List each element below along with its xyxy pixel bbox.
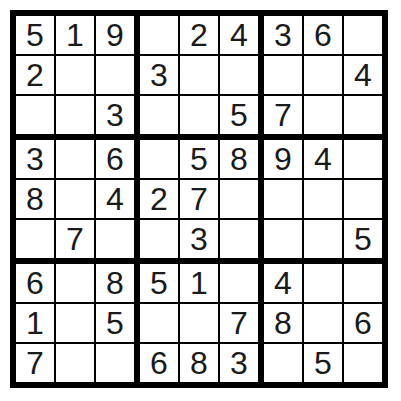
cell-r3c2[interactable] <box>56 96 96 140</box>
cell-r9c5[interactable]: 8 <box>180 344 220 382</box>
cell-r1c5[interactable]: 2 <box>180 16 220 56</box>
cell-r5c2[interactable] <box>56 180 96 220</box>
cell-r8c3[interactable]: 5 <box>96 304 140 344</box>
cell-r6c5[interactable]: 3 <box>180 220 220 264</box>
cell-r9c2[interactable] <box>56 344 96 382</box>
cell-r2c7[interactable] <box>264 56 304 96</box>
cell-r2c4[interactable]: 3 <box>140 56 180 96</box>
cell-r9c9[interactable] <box>344 344 382 382</box>
cell-r4c2[interactable] <box>56 140 96 180</box>
cell-r3c5[interactable] <box>180 96 220 140</box>
cell-r6c2[interactable]: 7 <box>56 220 96 264</box>
cell-r5c8[interactable] <box>304 180 344 220</box>
cell-r8c9[interactable]: 6 <box>344 304 382 344</box>
cell-r1c2[interactable]: 1 <box>56 16 96 56</box>
sudoku-board: 5192436234357365894842773568514157867683… <box>10 10 388 388</box>
cell-r7c2[interactable] <box>56 264 96 304</box>
cell-r3c8[interactable] <box>304 96 344 140</box>
cell-r2c1[interactable]: 2 <box>16 56 56 96</box>
cell-r5c7[interactable] <box>264 180 304 220</box>
cell-r2c2[interactable] <box>56 56 96 96</box>
cell-r1c9[interactable] <box>344 16 382 56</box>
cell-r4c8[interactable]: 4 <box>304 140 344 180</box>
cell-r1c4[interactable] <box>140 16 180 56</box>
cell-r2c3[interactable] <box>96 56 140 96</box>
cell-r4c7[interactable]: 9 <box>264 140 304 180</box>
cell-r2c5[interactable] <box>180 56 220 96</box>
cell-r8c1[interactable]: 1 <box>16 304 56 344</box>
cell-r9c7[interactable] <box>264 344 304 382</box>
cell-r9c8[interactable]: 5 <box>304 344 344 382</box>
cell-r5c3[interactable]: 4 <box>96 180 140 220</box>
cell-r1c7[interactable]: 3 <box>264 16 304 56</box>
cell-r6c8[interactable] <box>304 220 344 264</box>
cell-r2c8[interactable] <box>304 56 344 96</box>
cell-r3c7[interactable]: 7 <box>264 96 304 140</box>
cell-r4c5[interactable]: 5 <box>180 140 220 180</box>
cell-r9c4[interactable]: 6 <box>140 344 180 382</box>
cell-r5c1[interactable]: 8 <box>16 180 56 220</box>
cell-r5c9[interactable] <box>344 180 382 220</box>
cell-r3c3[interactable]: 3 <box>96 96 140 140</box>
cell-r5c4[interactable]: 2 <box>140 180 180 220</box>
cell-r6c6[interactable] <box>220 220 264 264</box>
cell-r8c7[interactable]: 8 <box>264 304 304 344</box>
cell-r5c5[interactable]: 7 <box>180 180 220 220</box>
cell-r3c6[interactable]: 5 <box>220 96 264 140</box>
cell-r3c4[interactable] <box>140 96 180 140</box>
cell-r2c6[interactable] <box>220 56 264 96</box>
cell-r7c3[interactable]: 8 <box>96 264 140 304</box>
cell-r7c6[interactable] <box>220 264 264 304</box>
cell-r6c7[interactable] <box>264 220 304 264</box>
cell-r6c9[interactable]: 5 <box>344 220 382 264</box>
cell-r2c9[interactable]: 4 <box>344 56 382 96</box>
cell-r3c1[interactable] <box>16 96 56 140</box>
cell-r6c1[interactable] <box>16 220 56 264</box>
cell-r1c1[interactable]: 5 <box>16 16 56 56</box>
cell-r8c6[interactable]: 7 <box>220 304 264 344</box>
cell-r4c6[interactable]: 8 <box>220 140 264 180</box>
cell-r1c6[interactable]: 4 <box>220 16 264 56</box>
cell-r9c3[interactable] <box>96 344 140 382</box>
cell-r6c4[interactable] <box>140 220 180 264</box>
cell-r7c5[interactable]: 1 <box>180 264 220 304</box>
cell-r6c3[interactable] <box>96 220 140 264</box>
cell-r1c8[interactable]: 6 <box>304 16 344 56</box>
cell-r3c9[interactable] <box>344 96 382 140</box>
cell-r8c5[interactable] <box>180 304 220 344</box>
cell-r1c3[interactable]: 9 <box>96 16 140 56</box>
cell-r7c1[interactable]: 6 <box>16 264 56 304</box>
cell-r5c6[interactable] <box>220 180 264 220</box>
cell-r7c4[interactable]: 5 <box>140 264 180 304</box>
cell-r9c6[interactable]: 3 <box>220 344 264 382</box>
cell-r4c1[interactable]: 3 <box>16 140 56 180</box>
cell-r4c9[interactable] <box>344 140 382 180</box>
cell-r8c4[interactable] <box>140 304 180 344</box>
cell-r8c2[interactable] <box>56 304 96 344</box>
cell-r4c4[interactable] <box>140 140 180 180</box>
cell-r7c8[interactable] <box>304 264 344 304</box>
cell-r9c1[interactable]: 7 <box>16 344 56 382</box>
cell-r7c7[interactable]: 4 <box>264 264 304 304</box>
cell-r4c3[interactable]: 6 <box>96 140 140 180</box>
cell-r8c8[interactable] <box>304 304 344 344</box>
cell-r7c9[interactable] <box>344 264 382 304</box>
